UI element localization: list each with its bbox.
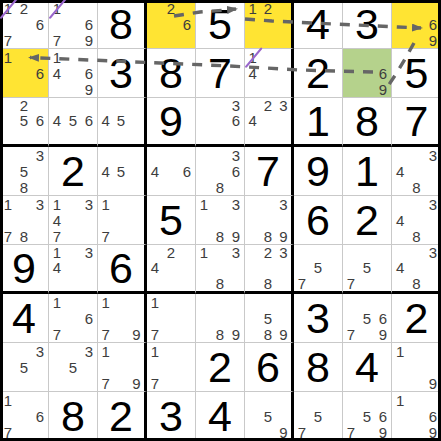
candidate-grid: 45: [98, 98, 144, 144]
candidate-empty: [32, 163, 48, 179]
candidate-grid: 456: [49, 98, 97, 144]
candidate-empty: [65, 260, 81, 275]
candidate-empty: [212, 196, 228, 212]
candidate-empty: [16, 81, 32, 97]
candidate-1: 1: [392, 392, 408, 408]
candidate-empty: [425, 359, 441, 375]
candidate-empty: [81, 98, 97, 113]
cell-r4c1[interactable]: 358: [0, 147, 49, 196]
candidate-1: 1: [0, 392, 16, 408]
cell-value: 7: [392, 98, 441, 144]
candidate-empty: [276, 260, 291, 275]
candidate-empty: [245, 16, 260, 32]
candidate-empty: [392, 32, 408, 48]
cell-r3c1[interactable]: 256: [0, 98, 49, 147]
candidate-empty: [0, 81, 16, 97]
cell-r5c4[interactable]: 5: [147, 196, 196, 245]
candidate-empty: [375, 245, 391, 260]
candidate-6: 6: [32, 113, 48, 128]
candidate-empty: [392, 359, 408, 375]
candidate-7: 7: [0, 32, 16, 48]
cell-r2c7[interactable]: 2: [294, 49, 343, 98]
candidate-empty: [49, 343, 65, 359]
candidate-empty: [392, 16, 408, 32]
cell-r6c6[interactable]: 238: [245, 245, 294, 294]
candidate-empty: [0, 16, 16, 32]
candidate-empty: [113, 212, 128, 228]
candidate-grid: 35: [49, 343, 97, 391]
candidate-empty: [32, 98, 48, 113]
cell-r8c1[interactable]: 35: [0, 343, 49, 392]
candidate-empty: [276, 32, 291, 48]
cell-r5c2[interactable]: 1347: [49, 196, 98, 245]
candidate-empty: [147, 147, 163, 163]
cell-r7c3[interactable]: 179: [98, 294, 147, 343]
cell-r7c1[interactable]: 4: [0, 294, 49, 343]
candidate-empty: [0, 408, 16, 424]
candidate-empty: [179, 343, 195, 359]
candidate-grid: 167: [49, 294, 97, 342]
candidate-grid: 1679: [49, 0, 97, 48]
candidate-1: 1: [49, 196, 65, 212]
candidate-4: 4: [49, 212, 65, 228]
cell-r6c7[interactable]: 57: [294, 245, 343, 294]
candidate-9: 9: [276, 228, 291, 244]
cell-r1c1[interactable]: 1267: [0, 0, 49, 49]
cell-r8c9[interactable]: 19: [392, 343, 441, 392]
cell-r5c5[interactable]: 1389: [196, 196, 245, 245]
candidate-empty: [343, 245, 359, 260]
candidate-3: 3: [276, 98, 291, 113]
cell-r9c1[interactable]: 167: [0, 392, 49, 441]
cell-r3c5[interactable]: 36: [196, 98, 245, 147]
candidate-empty: [425, 0, 441, 16]
candidate-3: 3: [81, 343, 97, 359]
candidate-empty: [260, 81, 275, 97]
candidate-empty: [163, 359, 179, 375]
candidate-empty: [359, 245, 375, 260]
candidate-8: 8: [260, 276, 275, 291]
candidate-empty: [196, 260, 212, 275]
candidate-grid: 69: [343, 49, 391, 97]
cell-r6c4[interactable]: 24: [147, 245, 196, 294]
candidate-empty: [16, 32, 32, 48]
candidate-empty: [113, 98, 128, 113]
candidate-empty: [359, 294, 375, 310]
candidate-empty: [196, 294, 212, 310]
cell-r5c8[interactable]: 2: [343, 196, 392, 245]
candidate-empty: [326, 260, 342, 275]
candidate-empty: [212, 245, 228, 260]
candidate-empty: [228, 276, 244, 291]
candidate-8: 8: [16, 228, 32, 244]
cell-r3c9[interactable]: 7: [392, 98, 441, 147]
candidate-empty: [81, 49, 97, 65]
candidate-empty: [343, 294, 359, 310]
candidate-4: 4: [245, 65, 260, 81]
candidate-empty: [392, 276, 408, 291]
candidate-empty: [326, 425, 342, 441]
candidate-empty: [245, 196, 260, 212]
candidate-empty: [0, 343, 16, 359]
candidate-empty: [98, 129, 113, 144]
candidate-empty: [163, 16, 179, 32]
cell-value: 9: [147, 98, 195, 144]
candidate-empty: [179, 310, 195, 326]
candidate-6: 6: [228, 163, 244, 179]
cell-r9c4[interactable]: 3: [147, 392, 196, 441]
candidate-empty: [228, 294, 244, 310]
candidate-3: 3: [425, 147, 441, 163]
candidate-empty: [113, 179, 128, 195]
candidate-5: 5: [359, 310, 375, 326]
candidate-7: 7: [49, 326, 65, 342]
candidate-empty: [245, 228, 260, 244]
cell-r6c3[interactable]: 6: [98, 245, 147, 294]
candidate-empty: [65, 276, 81, 291]
candidate-empty: [16, 196, 32, 212]
cell-r1c8[interactable]: 3: [343, 0, 392, 49]
cell-r5c9[interactable]: 348: [392, 196, 441, 245]
cell-r7c2[interactable]: 167: [49, 294, 98, 343]
candidate-empty: [65, 98, 81, 113]
candidate-empty: [245, 81, 260, 97]
cell-value: 4: [294, 0, 342, 48]
candidate-1: 1: [98, 196, 113, 212]
candidate-empty: [65, 310, 81, 326]
candidate-empty: [32, 359, 48, 375]
candidate-grid: 389: [245, 196, 291, 244]
cell-value: 6: [98, 245, 144, 291]
cell-r8c4[interactable]: 17: [147, 343, 196, 392]
candidate-grid: 14: [245, 49, 291, 97]
candidate-empty: [129, 179, 144, 195]
candidate-empty: [425, 343, 441, 359]
candidate-empty: [343, 310, 359, 326]
cell-r6c5[interactable]: 138: [196, 245, 245, 294]
candidate-7: 7: [294, 276, 310, 291]
cell-r6c9[interactable]: 348: [392, 245, 441, 294]
cell-r7c9[interactable]: 2: [392, 294, 441, 343]
candidate-4: 4: [49, 260, 65, 275]
candidate-empty: [32, 212, 48, 228]
candidate-7: 7: [98, 326, 113, 342]
cell-r9c8[interactable]: 5679: [343, 392, 392, 441]
candidate-empty: [49, 310, 65, 326]
candidate-1: 1: [49, 245, 65, 260]
candidate-empty: [408, 32, 424, 48]
candidate-empty: [245, 245, 260, 260]
candidate-empty: [81, 294, 97, 310]
candidate-empty: [147, 245, 163, 260]
candidate-5: 5: [359, 260, 375, 275]
cell-value: 6: [294, 196, 342, 244]
candidate-empty: [392, 228, 408, 244]
candidate-grid: 368: [196, 147, 244, 195]
candidate-empty: [392, 179, 408, 195]
candidate-1: 1: [0, 49, 16, 65]
cell-r1c7[interactable]: 4: [294, 0, 343, 49]
candidate-empty: [16, 147, 32, 163]
candidate-grid: 348: [392, 245, 441, 291]
candidate-empty: [212, 212, 228, 228]
candidate-empty: [113, 359, 128, 375]
candidate-empty: [408, 0, 424, 16]
candidate-empty: [163, 310, 179, 326]
candidate-5: 5: [310, 408, 326, 424]
candidate-empty: [113, 326, 128, 342]
candidate-empty: [212, 98, 228, 113]
candidate-5: 5: [16, 163, 32, 179]
cell-r4c2[interactable]: 2: [49, 147, 98, 196]
cell-r9c6[interactable]: 59: [245, 392, 294, 441]
cell-r9c5[interactable]: 4: [196, 392, 245, 441]
candidate-6: 6: [179, 16, 195, 32]
candidate-5: 5: [113, 113, 128, 128]
cell-r8c8[interactable]: 4: [343, 343, 392, 392]
candidate-empty: [392, 375, 408, 391]
candidate-empty: [425, 276, 441, 291]
cell-r9c7[interactable]: 57: [294, 392, 343, 441]
candidate-9: 9: [276, 425, 291, 441]
cell-r7c6[interactable]: 589: [245, 294, 294, 343]
candidate-empty: [81, 212, 97, 228]
candidate-2: 2: [16, 98, 32, 113]
candidate-5: 5: [260, 408, 275, 424]
candidate-empty: [98, 179, 113, 195]
candidate-empty: [359, 425, 375, 441]
candidate-4: 4: [245, 113, 260, 128]
cell-r5c7[interactable]: 6: [294, 196, 343, 245]
cell-r3c7[interactable]: 1: [294, 98, 343, 147]
candidate-empty: [179, 276, 195, 291]
cell-value: 8: [147, 49, 195, 97]
candidate-empty: [196, 147, 212, 163]
cell-r2c3[interactable]: 3: [98, 49, 147, 98]
cell-r3c6[interactable]: 234: [245, 98, 294, 147]
candidate-empty: [49, 375, 65, 391]
candidate-9: 9: [129, 326, 144, 342]
candidate-empty: [81, 228, 97, 244]
candidate-empty: [65, 0, 81, 16]
candidate-grid: 24: [147, 245, 195, 291]
candidate-empty: [276, 294, 291, 310]
candidate-empty: [16, 212, 32, 228]
candidate-3: 3: [32, 196, 48, 212]
cell-r9c2[interactable]: 8: [49, 392, 98, 441]
candidate-empty: [129, 228, 144, 244]
cell-r2c6[interactable]: 14: [245, 49, 294, 98]
candidate-empty: [129, 343, 144, 359]
candidate-empty: [408, 196, 424, 212]
candidate-1: 1: [49, 0, 65, 16]
candidate-empty: [408, 147, 424, 163]
candidate-empty: [65, 81, 81, 97]
candidate-empty: [0, 129, 16, 144]
cell-r1c2[interactable]: 1679: [49, 0, 98, 49]
candidate-empty: [113, 228, 128, 244]
candidate-9: 9: [375, 326, 391, 342]
cell-r3c8[interactable]: 8: [343, 98, 392, 147]
candidate-1: 1: [196, 245, 212, 260]
cell-r8c5[interactable]: 2: [196, 343, 245, 392]
candidate-empty: [0, 375, 16, 391]
candidate-7: 7: [343, 326, 359, 342]
candidate-empty: [196, 163, 212, 179]
candidate-empty: [49, 81, 65, 97]
cell-r1c9[interactable]: 69: [392, 0, 441, 49]
candidate-empty: [16, 392, 32, 408]
cell-r2c4[interactable]: 8: [147, 49, 196, 98]
cell-r2c5[interactable]: 7: [196, 49, 245, 98]
candidate-empty: [32, 392, 48, 408]
cell-r7c5[interactable]: 89: [196, 294, 245, 343]
candidate-8: 8: [260, 228, 275, 244]
candidate-empty: [65, 245, 81, 260]
candidate-empty: [196, 228, 212, 244]
cell-r8c7[interactable]: 8: [294, 343, 343, 392]
candidate-empty: [113, 375, 128, 391]
candidate-6: 6: [425, 16, 441, 32]
candidate-empty: [212, 129, 228, 144]
cell-r4c9[interactable]: 348: [392, 147, 441, 196]
candidate-6: 6: [32, 16, 48, 32]
candidate-9: 9: [228, 326, 244, 342]
candidate-empty: [98, 147, 113, 163]
cell-value: 3: [147, 392, 195, 441]
cell-r4c4[interactable]: 46: [147, 147, 196, 196]
cell-r2c1[interactable]: 16: [0, 49, 49, 98]
cell-r7c4[interactable]: 17: [147, 294, 196, 343]
cell-r5c6[interactable]: 389: [245, 196, 294, 245]
candidate-5: 5: [65, 113, 81, 128]
candidate-empty: [65, 16, 81, 32]
candidate-6: 6: [81, 113, 97, 128]
candidate-empty: [276, 81, 291, 97]
cell-value: 2: [392, 294, 441, 342]
cell-r3c4[interactable]: 9: [147, 98, 196, 147]
cell-r3c3[interactable]: 45: [98, 98, 147, 147]
candidate-empty: [65, 326, 81, 342]
candidate-empty: [147, 179, 163, 195]
candidate-grid: 1469: [49, 49, 97, 97]
cell-r3c2[interactable]: 456: [49, 98, 98, 147]
cell-r6c1[interactable]: 9: [0, 245, 49, 294]
cell-r1c6[interactable]: 12: [245, 0, 294, 49]
candidate-empty: [408, 392, 424, 408]
candidate-empty: [260, 113, 275, 128]
cell-r5c3[interactable]: 17: [98, 196, 147, 245]
cell-r2c2[interactable]: 1469: [49, 49, 98, 98]
candidate-empty: [343, 408, 359, 424]
cell-value: 8: [49, 392, 97, 441]
cell-r4c8[interactable]: 1: [343, 147, 392, 196]
candidate-empty: [65, 212, 81, 228]
cell-r9c3[interactable]: 2: [98, 392, 147, 441]
candidate-empty: [326, 392, 342, 408]
cell-r4c6[interactable]: 7: [245, 147, 294, 196]
candidate-empty: [408, 375, 424, 391]
cell-r1c3[interactable]: 8: [98, 0, 147, 49]
candidate-empty: [163, 179, 179, 195]
cell-r6c8[interactable]: 57: [343, 245, 392, 294]
cell-r5c1[interactable]: 1378: [0, 196, 49, 245]
cell-value: 9: [0, 245, 48, 291]
cell-r4c3[interactable]: 45: [98, 147, 147, 196]
candidate-empty: [276, 129, 291, 144]
candidate-grid: 348: [392, 196, 441, 244]
cell-r8c2[interactable]: 35: [49, 343, 98, 392]
cell-r8c3[interactable]: 179: [98, 343, 147, 392]
candidate-grid: 17: [98, 196, 144, 244]
candidate-4: 4: [392, 212, 408, 228]
cell-r9c9[interactable]: 169: [392, 392, 441, 441]
candidate-empty: [65, 65, 81, 81]
candidate-empty: [245, 408, 260, 424]
candidate-grid: 358: [0, 147, 48, 195]
candidate-empty: [147, 359, 163, 375]
candidate-empty: [16, 129, 32, 144]
candidate-empty: [276, 65, 291, 81]
cell-r4c7[interactable]: 9: [294, 147, 343, 196]
candidate-1: 1: [196, 196, 212, 212]
candidate-7: 7: [0, 228, 16, 244]
candidate-empty: [212, 294, 228, 310]
cell-r2c8[interactable]: 69: [343, 49, 392, 98]
candidate-grid: 46: [147, 147, 195, 195]
candidate-empty: [163, 147, 179, 163]
candidate-9: 9: [276, 326, 291, 342]
candidate-empty: [212, 147, 228, 163]
candidate-empty: [0, 113, 16, 128]
candidate-empty: [260, 294, 275, 310]
candidate-empty: [196, 129, 212, 144]
cell-r6c2[interactable]: 134: [49, 245, 98, 294]
cell-r2c9[interactable]: 5: [392, 49, 441, 98]
cell-r1c4[interactable]: 26: [147, 0, 196, 49]
candidate-grid: 17: [147, 294, 195, 342]
cell-r4c5[interactable]: 368: [196, 147, 245, 196]
candidate-empty: [0, 147, 16, 163]
candidate-grid: 134: [49, 245, 97, 291]
candidate-empty: [49, 359, 65, 375]
candidate-empty: [310, 245, 326, 260]
candidate-empty: [276, 113, 291, 128]
candidate-empty: [228, 310, 244, 326]
candidate-empty: [343, 49, 359, 65]
candidate-2: 2: [260, 245, 275, 260]
cell-r7c7[interactable]: 3: [294, 294, 343, 343]
candidate-6: 6: [425, 408, 441, 424]
cell-r8c6[interactable]: 6: [245, 343, 294, 392]
candidate-empty: [113, 196, 128, 212]
cell-r1c5[interactable]: 5: [196, 0, 245, 49]
candidate-empty: [326, 408, 342, 424]
candidate-2: 2: [16, 0, 32, 16]
candidate-6: 6: [375, 310, 391, 326]
candidate-empty: [16, 65, 32, 81]
cell-value: 7: [196, 49, 244, 97]
cell-value: 8: [98, 0, 144, 48]
candidate-empty: [408, 245, 424, 260]
candidate-empty: [113, 343, 128, 359]
candidate-empty: [98, 98, 113, 113]
candidate-3: 3: [32, 147, 48, 163]
candidate-grid: 167: [0, 392, 48, 441]
candidate-1: 1: [0, 196, 16, 212]
candidate-empty: [65, 196, 81, 212]
cell-r7c8[interactable]: 5679: [343, 294, 392, 343]
